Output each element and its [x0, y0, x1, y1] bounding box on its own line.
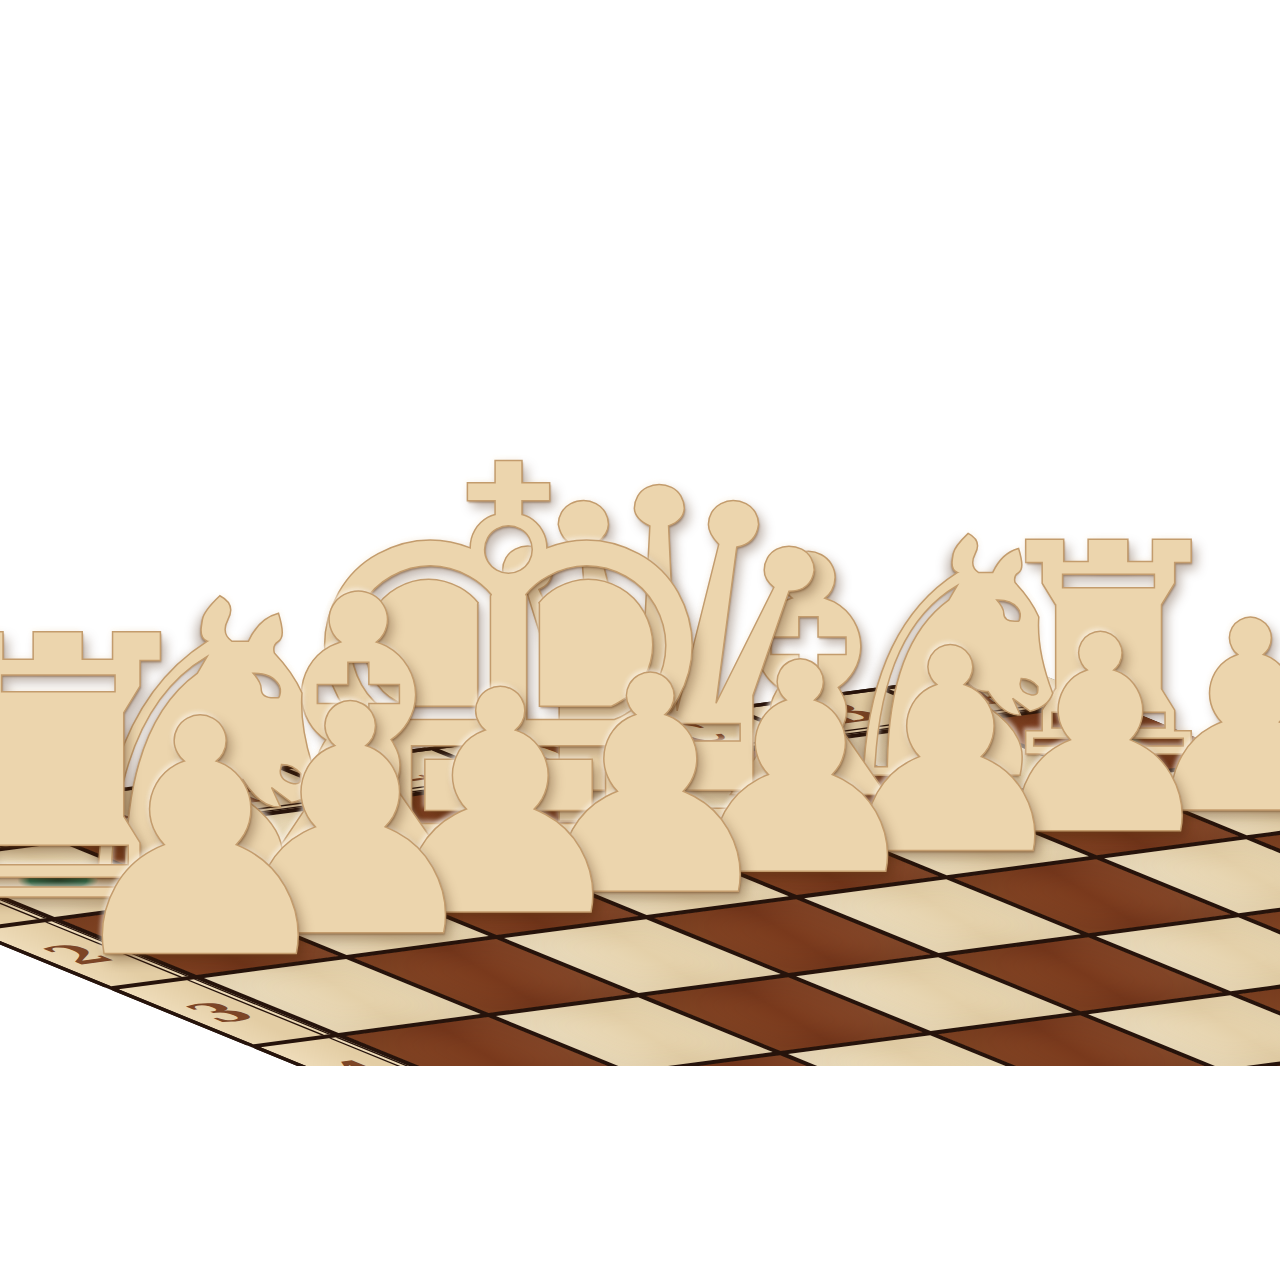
chess-board: HGFEDCBA12345678: [0, 668, 1280, 1066]
photo-area: HGFEDCBA12345678 ♜♞♝♛♚♝♞♜♟♟♟♟♟♟♟♟: [0, 0, 1280, 1066]
